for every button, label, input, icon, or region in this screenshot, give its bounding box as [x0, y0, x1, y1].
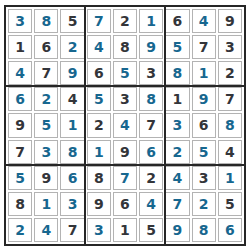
cell-r8c3[interactable]: 3	[60, 192, 84, 216]
cell-r3c5[interactable]: 5	[113, 61, 137, 85]
cell-r9c5[interactable]: 1	[113, 218, 137, 242]
cell-r1c3[interactable]: 5	[60, 9, 84, 33]
cell-r9c3[interactable]: 7	[60, 218, 84, 242]
cell-r8c2[interactable]: 1	[34, 192, 58, 216]
cell-r7c8[interactable]: 3	[192, 166, 216, 190]
cell-r5c9[interactable]: 8	[218, 113, 242, 137]
sudoku-grid: 3857216491624895734796538126245381979512…	[4, 5, 246, 246]
cell-r6c7[interactable]: 2	[165, 140, 189, 164]
cell-r5c6[interactable]: 7	[139, 113, 163, 137]
cell-r8c5[interactable]: 6	[113, 192, 137, 216]
cell-r7c6[interactable]: 2	[139, 166, 163, 190]
cell-r1c8[interactable]: 4	[192, 9, 216, 33]
cell-r9c1[interactable]: 2	[8, 218, 32, 242]
cell-r1c6[interactable]: 1	[139, 9, 163, 33]
cell-r3c2[interactable]: 7	[34, 61, 58, 85]
cell-r6c8[interactable]: 5	[192, 140, 216, 164]
cell-r8c1[interactable]: 8	[8, 192, 32, 216]
cell-r5c7[interactable]: 3	[165, 113, 189, 137]
cell-r9c7[interactable]: 9	[165, 218, 189, 242]
cell-r1c1[interactable]: 3	[8, 9, 32, 33]
cell-r9c4[interactable]: 3	[87, 218, 111, 242]
cell-r7c2[interactable]: 9	[34, 166, 58, 190]
cell-r6c5[interactable]: 9	[113, 140, 137, 164]
cell-r2c1[interactable]: 1	[8, 35, 32, 59]
cell-r8c4[interactable]: 9	[87, 192, 111, 216]
cell-r9c9[interactable]: 6	[218, 218, 242, 242]
cell-r2c3[interactable]: 2	[60, 35, 84, 59]
cell-r8c6[interactable]: 4	[139, 192, 163, 216]
cell-r4c2[interactable]: 2	[34, 87, 58, 111]
cell-r3c6[interactable]: 3	[139, 61, 163, 85]
cell-r4c3[interactable]: 4	[60, 87, 84, 111]
cell-r2c5[interactable]: 8	[113, 35, 137, 59]
cell-r9c6[interactable]: 5	[139, 218, 163, 242]
cell-r2c2[interactable]: 6	[34, 35, 58, 59]
cell-r1c4[interactable]: 7	[87, 9, 111, 33]
cell-r5c4[interactable]: 2	[87, 113, 111, 137]
cell-r2c4[interactable]: 4	[87, 35, 111, 59]
cell-r4c7[interactable]: 1	[165, 87, 189, 111]
cell-r7c5[interactable]: 7	[113, 166, 137, 190]
cell-r3c1[interactable]: 4	[8, 61, 32, 85]
cell-r3c4[interactable]: 6	[87, 61, 111, 85]
cell-r6c2[interactable]: 3	[34, 140, 58, 164]
cell-r4c6[interactable]: 8	[139, 87, 163, 111]
cell-r7c4[interactable]: 8	[87, 166, 111, 190]
cell-r6c1[interactable]: 7	[8, 140, 32, 164]
cell-r9c8[interactable]: 8	[192, 218, 216, 242]
cell-r1c9[interactable]: 9	[218, 9, 242, 33]
cell-r1c2[interactable]: 8	[34, 9, 58, 33]
cell-r7c3[interactable]: 6	[60, 166, 84, 190]
cell-r3c7[interactable]: 8	[165, 61, 189, 85]
cell-r2c8[interactable]: 7	[192, 35, 216, 59]
cell-r8c8[interactable]: 2	[192, 192, 216, 216]
cell-r6c9[interactable]: 4	[218, 140, 242, 164]
cell-r3c9[interactable]: 2	[218, 61, 242, 85]
cell-r5c2[interactable]: 5	[34, 113, 58, 137]
cell-r4c4[interactable]: 5	[87, 87, 111, 111]
cell-r5c8[interactable]: 6	[192, 113, 216, 137]
cell-r2c9[interactable]: 3	[218, 35, 242, 59]
cell-r4c8[interactable]: 9	[192, 87, 216, 111]
cell-r5c5[interactable]: 4	[113, 113, 137, 137]
cell-r6c4[interactable]: 1	[87, 140, 111, 164]
cell-r1c5[interactable]: 2	[113, 9, 137, 33]
cell-r2c6[interactable]: 9	[139, 35, 163, 59]
cell-r9c2[interactable]: 4	[34, 218, 58, 242]
cell-r5c1[interactable]: 9	[8, 113, 32, 137]
cell-r4c9[interactable]: 7	[218, 87, 242, 111]
cell-r3c3[interactable]: 9	[60, 61, 84, 85]
cell-r6c3[interactable]: 8	[60, 140, 84, 164]
cell-r6c6[interactable]: 6	[139, 140, 163, 164]
cell-r4c5[interactable]: 3	[113, 87, 137, 111]
cell-r4c1[interactable]: 6	[8, 87, 32, 111]
cell-r8c7[interactable]: 7	[165, 192, 189, 216]
cell-r3c8[interactable]: 1	[192, 61, 216, 85]
cell-r5c3[interactable]: 1	[60, 113, 84, 137]
cell-r7c7[interactable]: 4	[165, 166, 189, 190]
cell-r8c9[interactable]: 5	[218, 192, 242, 216]
cell-r1c7[interactable]: 6	[165, 9, 189, 33]
cell-r2c7[interactable]: 5	[165, 35, 189, 59]
cell-r7c9[interactable]: 1	[218, 166, 242, 190]
cell-r7c1[interactable]: 5	[8, 166, 32, 190]
